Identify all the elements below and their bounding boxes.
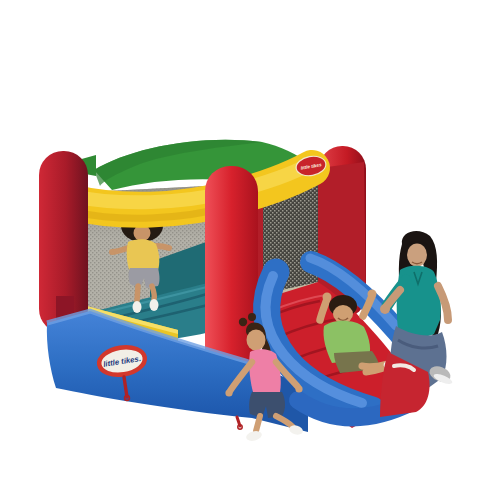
sliding-boy-hand	[323, 293, 332, 302]
walking-girl-hand	[295, 385, 302, 392]
mother-hand	[380, 304, 390, 314]
walking-girl-top	[249, 349, 281, 396]
photo-canvas: little tikes little tikes.	[0, 0, 500, 500]
jumping-child-sock	[150, 299, 159, 311]
jumping-child-leg	[137, 286, 138, 301]
walking-girl-pigtail	[248, 313, 256, 321]
walking-girl-face	[247, 330, 266, 351]
jumping-child-shirt	[127, 239, 160, 272]
walking-girl-leg	[256, 416, 260, 431]
bounce-house-product-photo: little tikes little tikes.	[0, 0, 500, 500]
jumping-child-arm	[156, 246, 169, 248]
walking-girl-pigtail	[239, 318, 247, 326]
jumping-child-sock	[133, 301, 142, 313]
jumping-child-leg	[152, 286, 154, 299]
walking-girl-hand	[225, 389, 232, 396]
sliding-boy-hand	[368, 290, 377, 299]
